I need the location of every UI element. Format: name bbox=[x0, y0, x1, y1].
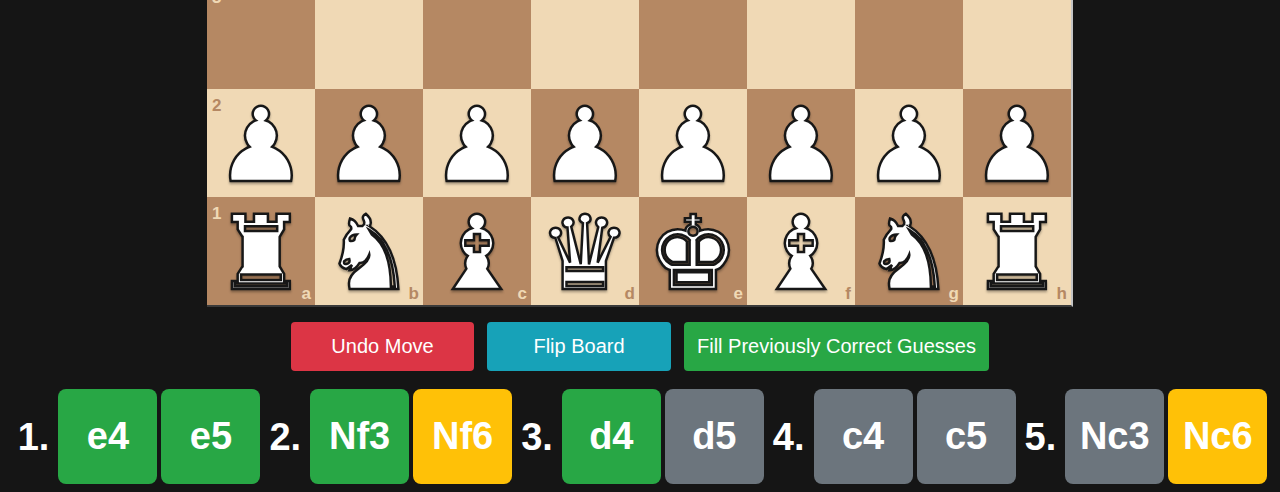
board-square-a3[interactable]: 3 bbox=[207, 0, 315, 89]
move-number-1: 1. bbox=[18, 418, 50, 456]
board-square-g1[interactable]: g♞ bbox=[855, 197, 963, 305]
guess-tile-c5: c5 bbox=[917, 389, 1016, 484]
flip-board-button[interactable]: Flip Board bbox=[487, 322, 671, 371]
board-grid: 32♟♟♟♟♟♟♟♟1a♜b♞c♝d♛e♚f♝g♞h♜ bbox=[207, 0, 1071, 305]
board-square-a2[interactable]: 2♟ bbox=[207, 89, 315, 197]
board-square-g2[interactable]: ♟ bbox=[855, 89, 963, 197]
board-square-c3[interactable] bbox=[423, 0, 531, 89]
white-rook-piece[interactable]: ♜ bbox=[971, 202, 1063, 305]
board-square-f1[interactable]: f♝ bbox=[747, 197, 855, 305]
white-pawn-piece[interactable]: ♟ bbox=[647, 94, 739, 197]
white-pawn-piece[interactable]: ♟ bbox=[431, 94, 523, 197]
move-number-3: 3. bbox=[521, 418, 553, 456]
board-square-a1[interactable]: 1a♜ bbox=[207, 197, 315, 305]
white-pawn-piece[interactable]: ♟ bbox=[539, 94, 631, 197]
board-square-b2[interactable]: ♟ bbox=[315, 89, 423, 197]
board-square-h3[interactable] bbox=[963, 0, 1071, 89]
board-square-g3[interactable] bbox=[855, 0, 963, 89]
guess-tile-nf3: Nf3 bbox=[310, 389, 409, 484]
guess-tile-nf6: Nf6 bbox=[413, 389, 512, 484]
guess-move-row: 1.e4e52.Nf3Nf63.d4d54.c4c55.Nc3Nc6 bbox=[0, 389, 1280, 484]
chess-board: 32♟♟♟♟♟♟♟♟1a♜b♞c♝d♛e♚f♝g♞h♜ bbox=[207, 0, 1073, 307]
board-square-d3[interactable] bbox=[531, 0, 639, 89]
white-pawn-piece[interactable]: ♟ bbox=[863, 94, 955, 197]
board-square-e2[interactable]: ♟ bbox=[639, 89, 747, 197]
guess-tile-d4: d4 bbox=[562, 389, 661, 484]
white-bishop-piece[interactable]: ♝ bbox=[755, 202, 847, 305]
board-square-c2[interactable]: ♟ bbox=[423, 89, 531, 197]
white-pawn-piece[interactable]: ♟ bbox=[215, 94, 307, 197]
white-bishop-piece[interactable]: ♝ bbox=[431, 202, 523, 305]
guess-tile-nc6: Nc6 bbox=[1168, 389, 1267, 484]
board-controls: Undo Move Flip Board Fill Previously Cor… bbox=[0, 322, 1280, 371]
white-knight-piece[interactable]: ♞ bbox=[863, 202, 955, 305]
move-number-2: 2. bbox=[269, 418, 301, 456]
guess-tile-nc3: Nc3 bbox=[1065, 389, 1164, 484]
white-rook-piece[interactable]: ♜ bbox=[215, 202, 307, 305]
board-square-f3[interactable] bbox=[747, 0, 855, 89]
rank-label-3: 3 bbox=[212, 0, 221, 6]
board-square-e3[interactable] bbox=[639, 0, 747, 89]
white-knight-piece[interactable]: ♞ bbox=[323, 202, 415, 305]
board-square-e1[interactable]: e♚ bbox=[639, 197, 747, 305]
board-square-h2[interactable]: ♟ bbox=[963, 89, 1071, 197]
fill-correct-guesses-button[interactable]: Fill Previously Correct Guesses bbox=[684, 322, 989, 371]
board-square-h1[interactable]: h♜ bbox=[963, 197, 1071, 305]
move-number-5: 5. bbox=[1025, 418, 1057, 456]
guess-tile-c4: c4 bbox=[814, 389, 913, 484]
board-square-d1[interactable]: d♛ bbox=[531, 197, 639, 305]
white-pawn-piece[interactable]: ♟ bbox=[323, 94, 415, 197]
board-square-d2[interactable]: ♟ bbox=[531, 89, 639, 197]
undo-move-button[interactable]: Undo Move bbox=[291, 322, 474, 371]
board-square-f2[interactable]: ♟ bbox=[747, 89, 855, 197]
white-king-piece[interactable]: ♚ bbox=[647, 202, 739, 305]
board-square-b3[interactable] bbox=[315, 0, 423, 89]
white-queen-piece[interactable]: ♛ bbox=[539, 202, 631, 305]
move-number-4: 4. bbox=[773, 418, 805, 456]
white-pawn-piece[interactable]: ♟ bbox=[755, 94, 847, 197]
guess-tile-e4: e4 bbox=[58, 389, 157, 484]
board-square-c1[interactable]: c♝ bbox=[423, 197, 531, 305]
white-pawn-piece[interactable]: ♟ bbox=[971, 94, 1063, 197]
guess-tile-e5: e5 bbox=[161, 389, 260, 484]
board-square-b1[interactable]: b♞ bbox=[315, 197, 423, 305]
guess-tile-d5: d5 bbox=[665, 389, 764, 484]
